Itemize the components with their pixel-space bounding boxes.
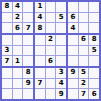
- cell-r8c3-given: 9: [23, 79, 33, 89]
- cell-r7c3-given: 8: [23, 68, 33, 78]
- cell-r8c6-given: 4: [56, 79, 66, 89]
- cell-r6c5-given: 6: [46, 56, 56, 66]
- cell-r5c5-empty[interactable]: [46, 46, 56, 56]
- cell-r9c5-empty[interactable]: [46, 89, 56, 99]
- cell-r1c9-empty[interactable]: [89, 2, 99, 12]
- cell-r2c9-empty[interactable]: [89, 13, 99, 23]
- box-3: 64: [68, 2, 99, 33]
- cell-r4c2-empty[interactable]: [13, 35, 23, 45]
- cell-r9c1-empty[interactable]: [2, 89, 12, 99]
- cell-r5c9-given: 5: [89, 46, 99, 56]
- cell-r1c5-empty[interactable]: [46, 2, 56, 12]
- cell-r6c6-empty[interactable]: [56, 56, 66, 66]
- cell-r5c4-empty[interactable]: [35, 46, 45, 56]
- cell-r6c1-given: 7: [2, 56, 12, 66]
- cell-r7c9-empty[interactable]: [89, 68, 99, 78]
- cell-r3c3-given: 7: [23, 23, 33, 33]
- cell-r3c9-empty[interactable]: [89, 23, 99, 33]
- cell-r5c2-empty[interactable]: [13, 46, 23, 56]
- cell-r8c1-empty[interactable]: [2, 79, 12, 89]
- cell-r7c1-empty[interactable]: [2, 68, 12, 78]
- sudoku-board: 842671458643712668589374995276: [0, 0, 101, 101]
- cell-r5c8-empty[interactable]: [79, 46, 89, 56]
- cell-r9c4-empty[interactable]: [35, 89, 45, 99]
- cell-r4c4-empty[interactable]: [35, 35, 45, 45]
- cell-r8c2-empty[interactable]: [13, 79, 23, 89]
- cell-r7c4-empty[interactable]: [35, 68, 45, 78]
- cell-r7c8-given: 5: [79, 68, 89, 78]
- box-4: 371: [2, 35, 33, 66]
- cell-r1c4-given: 1: [35, 2, 45, 12]
- box-1: 84267: [2, 2, 33, 33]
- cell-r3c6-empty[interactable]: [56, 23, 66, 33]
- cell-r4c9-given: 8: [89, 35, 99, 45]
- cell-r3c5-empty[interactable]: [46, 23, 56, 33]
- cell-r8c5-empty[interactable]: [46, 79, 56, 89]
- cell-r5c1-given: 3: [2, 46, 12, 56]
- cell-r3c1-empty[interactable]: [2, 23, 12, 33]
- box-2: 1458: [35, 2, 66, 33]
- cell-r6c8-empty[interactable]: [79, 56, 89, 66]
- cell-r9c7-empty[interactable]: [68, 89, 78, 99]
- cell-r5c7-empty[interactable]: [68, 46, 78, 56]
- box-9: 95276: [68, 68, 99, 99]
- cell-r4c8-given: 6: [79, 35, 89, 45]
- cell-r8c9-empty[interactable]: [89, 79, 99, 89]
- cell-r2c4-given: 4: [35, 13, 45, 23]
- cell-r2c1-empty[interactable]: [2, 13, 12, 23]
- cell-r6c7-empty[interactable]: [68, 56, 78, 66]
- cell-r1c7-empty[interactable]: [68, 2, 78, 12]
- cell-r9c2-empty[interactable]: [13, 89, 23, 99]
- cell-r7c7-given: 9: [68, 68, 78, 78]
- cell-r1c8-empty[interactable]: [79, 2, 89, 12]
- cell-r3c8-empty[interactable]: [79, 23, 89, 33]
- cell-r7c6-given: 3: [56, 68, 66, 78]
- cell-r8c4-given: 7: [35, 79, 45, 89]
- box-6: 685: [68, 35, 99, 66]
- cell-r2c6-given: 5: [56, 13, 66, 23]
- box-8: 3749: [35, 68, 66, 99]
- cell-r7c5-empty[interactable]: [46, 68, 56, 78]
- cell-r6c9-empty[interactable]: [89, 56, 99, 66]
- cell-r2c5-empty[interactable]: [46, 13, 56, 23]
- cell-r9c6-given: 9: [56, 89, 66, 99]
- cell-r4c1-empty[interactable]: [2, 35, 12, 45]
- cell-r6c4-empty[interactable]: [35, 56, 45, 66]
- cell-r4c7-empty[interactable]: [68, 35, 78, 45]
- box-5: 26: [35, 35, 66, 66]
- cell-r1c6-empty[interactable]: [56, 2, 66, 12]
- box-7: 89: [2, 68, 33, 99]
- cell-r9c3-empty[interactable]: [23, 89, 33, 99]
- cell-r8c7-empty[interactable]: [68, 79, 78, 89]
- cell-r3c2-given: 6: [13, 23, 23, 33]
- cell-r4c3-empty[interactable]: [23, 35, 33, 45]
- cell-r2c3-empty[interactable]: [23, 13, 33, 23]
- cell-r1c2-given: 4: [13, 2, 23, 12]
- cell-r6c3-empty[interactable]: [23, 56, 33, 66]
- cell-r2c8-empty[interactable]: [79, 13, 89, 23]
- cell-r5c6-empty[interactable]: [56, 46, 66, 56]
- cell-r2c2-given: 2: [13, 13, 23, 23]
- cell-r6c2-given: 1: [13, 56, 23, 66]
- cell-r2c7-given: 6: [68, 13, 78, 23]
- cell-r9c9-given: 6: [89, 89, 99, 99]
- cell-r3c4-given: 8: [35, 23, 45, 33]
- cell-r1c3-empty[interactable]: [23, 2, 33, 12]
- cell-r1c1-given: 8: [2, 2, 12, 12]
- cell-r7c2-empty[interactable]: [13, 68, 23, 78]
- cell-r8c8-given: 2: [79, 79, 89, 89]
- cell-r4c5-given: 2: [46, 35, 56, 45]
- cell-r9c8-given: 7: [79, 89, 89, 99]
- cell-r4c6-empty[interactable]: [56, 35, 66, 45]
- cell-r3c7-given: 4: [68, 23, 78, 33]
- cell-r5c3-empty[interactable]: [23, 46, 33, 56]
